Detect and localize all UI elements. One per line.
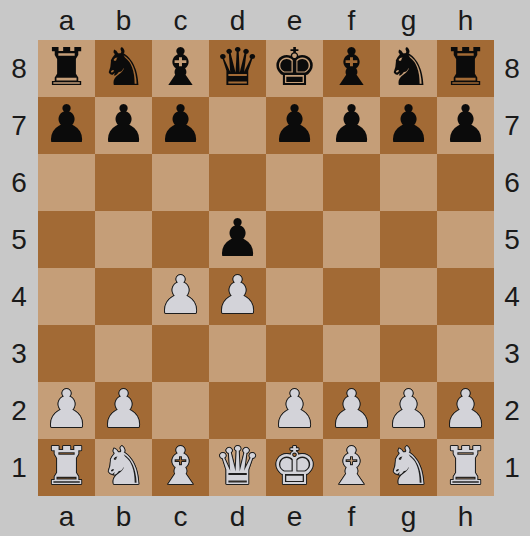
white-pawn-g2: ♟ (385, 381, 432, 438)
white-bishop-c1: ♝ (157, 438, 204, 495)
square-f7[interactable]: ♟ (323, 97, 380, 154)
square-a2[interactable]: ♟ (38, 382, 95, 439)
rank-label-2: 2 (0, 382, 38, 439)
square-h7[interactable]: ♟ (437, 97, 494, 154)
rank-label-4: 4 (0, 268, 38, 325)
square-b2[interactable]: ♟ (95, 382, 152, 439)
file-label-f: f (323, 0, 380, 40)
white-pawn-d4: ♟ (214, 267, 261, 324)
rank-label-3: 3 (0, 325, 38, 382)
rank-label-1: 1 (0, 439, 38, 496)
file-label-c: c (152, 0, 209, 40)
white-knight-b1: ♞ (100, 438, 147, 495)
file-label-b: b (95, 0, 152, 40)
square-c8[interactable]: ♝ (152, 40, 209, 97)
file-label-d: d (209, 496, 266, 536)
rank-label-6: 6 (494, 154, 530, 211)
file-label-b: b (95, 496, 152, 536)
square-f8[interactable]: ♝ (323, 40, 380, 97)
rank-label-2: 2 (494, 382, 530, 439)
white-king-e1: ♚ (271, 438, 318, 495)
square-a1[interactable]: ♜ (38, 439, 95, 496)
white-pawn-e2: ♟ (271, 381, 318, 438)
square-g2[interactable]: ♟ (380, 382, 437, 439)
black-pawn-d5: ♟ (214, 210, 261, 267)
square-h3[interactable] (437, 325, 494, 382)
square-e8[interactable]: ♚ (266, 40, 323, 97)
white-pawn-b2: ♟ (100, 381, 147, 438)
white-rook-a1: ♜ (43, 438, 90, 495)
white-knight-g1: ♞ (385, 438, 432, 495)
square-c5[interactable] (152, 211, 209, 268)
chess-board: ♜♞♝♛♚♝♞♜♟♟♟♟♟♟♟♟♟♟♟♟♟♟♟♟♜♞♝♛♚♝♞♜ (38, 40, 494, 496)
file-label-a: a (38, 496, 95, 536)
corner-top-right (494, 0, 530, 40)
rank-label-5: 5 (494, 211, 530, 268)
file-label-e: e (266, 0, 323, 40)
black-queen-d8: ♛ (214, 39, 261, 96)
white-pawn-h2: ♟ (442, 381, 489, 438)
square-d8[interactable]: ♛ (209, 40, 266, 97)
white-pawn-a2: ♟ (43, 381, 90, 438)
square-g7[interactable]: ♟ (380, 97, 437, 154)
square-b1[interactable]: ♞ (95, 439, 152, 496)
square-e4[interactable] (266, 268, 323, 325)
black-bishop-f8: ♝ (328, 39, 375, 96)
square-c2[interactable] (152, 382, 209, 439)
corner-top-left (0, 0, 38, 40)
square-g8[interactable]: ♞ (380, 40, 437, 97)
square-f5[interactable] (323, 211, 380, 268)
square-h8[interactable]: ♜ (437, 40, 494, 97)
file-label-a: a (38, 0, 95, 40)
square-g1[interactable]: ♞ (380, 439, 437, 496)
square-h4[interactable] (437, 268, 494, 325)
square-c1[interactable]: ♝ (152, 439, 209, 496)
square-d4[interactable]: ♟ (209, 268, 266, 325)
corner-bottom-left (0, 496, 38, 536)
square-d5[interactable]: ♟ (209, 211, 266, 268)
file-label-h: h (437, 0, 494, 40)
square-d1[interactable]: ♛ (209, 439, 266, 496)
black-rook-h8: ♜ (442, 39, 489, 96)
black-rook-a8: ♜ (43, 39, 90, 96)
rank-label-3: 3 (494, 325, 530, 382)
file-label-d: d (209, 0, 266, 40)
square-b7[interactable]: ♟ (95, 97, 152, 154)
square-h6[interactable] (437, 154, 494, 211)
file-labels-top: abcdefgh (38, 0, 494, 40)
square-g3[interactable] (380, 325, 437, 382)
rank-labels-right: 87654321 (494, 40, 530, 496)
square-h1[interactable]: ♜ (437, 439, 494, 496)
black-knight-g8: ♞ (385, 39, 432, 96)
square-e5[interactable] (266, 211, 323, 268)
square-g6[interactable] (380, 154, 437, 211)
chessboard-panel: abcdefgh 87654321 ♜♞♝♛♚♝♞♜♟♟♟♟♟♟♟♟♟♟♟♟♟♟… (0, 0, 530, 536)
square-a6[interactable] (38, 154, 95, 211)
square-e3[interactable] (266, 325, 323, 382)
rank-label-1: 1 (494, 439, 530, 496)
black-pawn-a7: ♟ (43, 96, 90, 153)
black-pawn-e7: ♟ (271, 96, 318, 153)
white-pawn-f2: ♟ (328, 381, 375, 438)
black-knight-b8: ♞ (100, 39, 147, 96)
square-g5[interactable] (380, 211, 437, 268)
square-d2[interactable] (209, 382, 266, 439)
square-b8[interactable]: ♞ (95, 40, 152, 97)
rank-label-5: 5 (0, 211, 38, 268)
square-d6[interactable] (209, 154, 266, 211)
black-pawn-c7: ♟ (157, 96, 204, 153)
square-a7[interactable]: ♟ (38, 97, 95, 154)
file-label-f: f (323, 496, 380, 536)
square-b6[interactable] (95, 154, 152, 211)
square-e1[interactable]: ♚ (266, 439, 323, 496)
square-c4[interactable]: ♟ (152, 268, 209, 325)
file-labels-bottom: abcdefgh (38, 496, 494, 536)
square-e2[interactable]: ♟ (266, 382, 323, 439)
square-f6[interactable] (323, 154, 380, 211)
black-pawn-h7: ♟ (442, 96, 489, 153)
file-label-g: g (380, 496, 437, 536)
square-d7[interactable] (209, 97, 266, 154)
square-b4[interactable] (95, 268, 152, 325)
square-c3[interactable] (152, 325, 209, 382)
square-a3[interactable] (38, 325, 95, 382)
square-c6[interactable] (152, 154, 209, 211)
square-f3[interactable] (323, 325, 380, 382)
rank-label-8: 8 (494, 40, 530, 97)
square-f4[interactable] (323, 268, 380, 325)
rank-label-7: 7 (494, 97, 530, 154)
square-g4[interactable] (380, 268, 437, 325)
file-label-e: e (266, 496, 323, 536)
white-queen-d1: ♛ (214, 438, 261, 495)
black-pawn-f7: ♟ (328, 96, 375, 153)
square-b5[interactable] (95, 211, 152, 268)
square-h5[interactable] (437, 211, 494, 268)
file-label-h: h (437, 496, 494, 536)
black-king-e8: ♚ (271, 39, 318, 96)
square-c7[interactable]: ♟ (152, 97, 209, 154)
black-pawn-b7: ♟ (100, 96, 147, 153)
white-bishop-f1: ♝ (328, 438, 375, 495)
rank-label-6: 6 (0, 154, 38, 211)
white-rook-h1: ♜ (442, 438, 489, 495)
file-label-c: c (152, 496, 209, 536)
square-f1[interactable]: ♝ (323, 439, 380, 496)
corner-bottom-right (494, 496, 530, 536)
square-b3[interactable] (95, 325, 152, 382)
file-label-g: g (380, 0, 437, 40)
white-pawn-c4: ♟ (157, 267, 204, 324)
rank-label-7: 7 (0, 97, 38, 154)
square-e7[interactable]: ♟ (266, 97, 323, 154)
square-e6[interactable] (266, 154, 323, 211)
square-f2[interactable]: ♟ (323, 382, 380, 439)
black-bishop-c8: ♝ (157, 39, 204, 96)
square-a8[interactable]: ♜ (38, 40, 95, 97)
square-d3[interactable] (209, 325, 266, 382)
rank-label-8: 8 (0, 40, 38, 97)
square-a5[interactable] (38, 211, 95, 268)
square-a4[interactable] (38, 268, 95, 325)
black-pawn-g7: ♟ (385, 96, 432, 153)
rank-label-4: 4 (494, 268, 530, 325)
square-h2[interactable]: ♟ (437, 382, 494, 439)
rank-labels-left: 87654321 (0, 40, 38, 496)
